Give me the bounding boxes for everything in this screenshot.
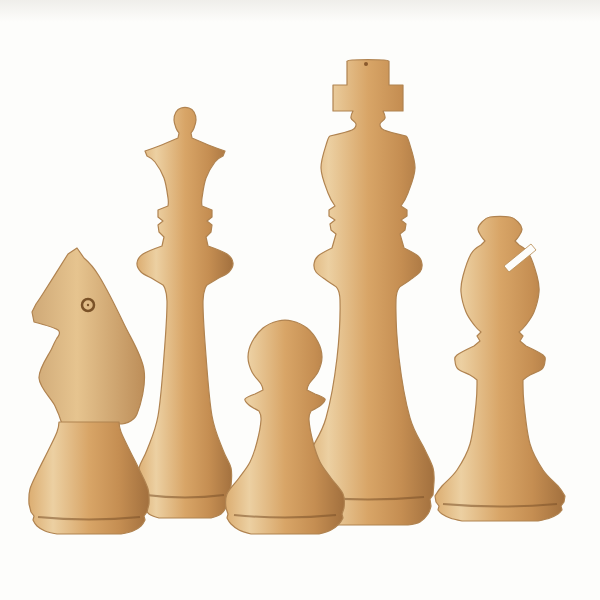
product-photo: ♞ ♛ ♚ ♟ ♝	[0, 0, 600, 600]
bishop-piece: ♝	[432, 214, 578, 522]
pawn-piece: ♟	[222, 318, 348, 538]
pawn-glyph: ♟	[222, 538, 223, 539]
bishop-silhouette	[432, 214, 578, 522]
knight-piece: ♞	[24, 246, 160, 538]
knight-silhouette	[24, 246, 160, 538]
pawn-silhouette	[222, 318, 348, 538]
knight-glyph: ♞	[24, 538, 25, 539]
background-gradient	[0, 0, 600, 22]
